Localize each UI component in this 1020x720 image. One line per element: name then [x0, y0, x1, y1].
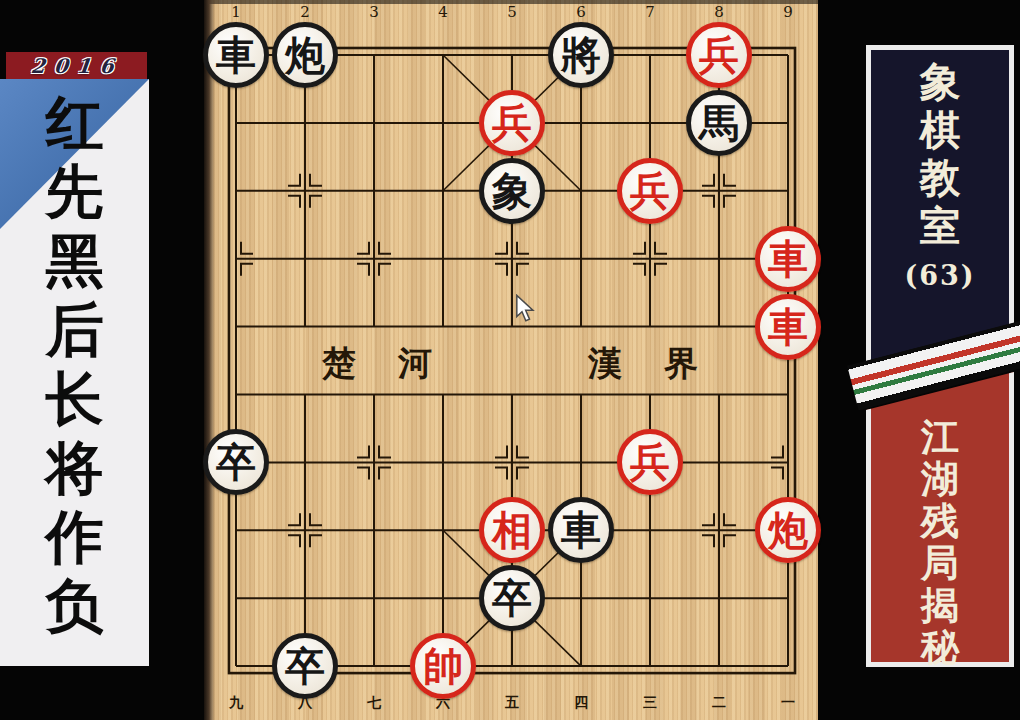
- year-label: 2016: [29, 54, 123, 78]
- series-title-panel: 象棋教室 (63): [866, 45, 1014, 361]
- river-character: 楚: [322, 341, 356, 387]
- piece-black-soldier[interactable]: 卒: [479, 565, 545, 631]
- slogan-character: 作: [46, 503, 104, 572]
- piece-red-cannon[interactable]: 炮: [755, 497, 821, 563]
- piece-black-horse[interactable]: 馬: [686, 90, 752, 156]
- subtitle-character: 揭: [921, 584, 959, 626]
- file-label-top: 2: [293, 3, 317, 21]
- series-title-character: 象: [920, 58, 961, 106]
- river-label-han-jie: 漢界: [578, 341, 708, 387]
- file-label-bottom: 七: [362, 694, 386, 712]
- series-title-character: 教: [920, 154, 961, 202]
- series-title-character: 室: [920, 202, 961, 250]
- piece-black-soldier[interactable]: 卒: [272, 633, 338, 699]
- piece-red-soldier[interactable]: 兵: [479, 90, 545, 156]
- piece-red-soldier[interactable]: 兵: [686, 22, 752, 88]
- year-banner: 2016: [6, 52, 147, 79]
- slogan-character: 负: [46, 572, 104, 641]
- piece-black-soldier[interactable]: 卒: [203, 429, 269, 495]
- file-label-top: 4: [431, 3, 455, 21]
- file-label-top: 8: [707, 3, 731, 21]
- subtitle-character: 江: [921, 416, 959, 458]
- slogan-strip: 红先黑后长将作负: [0, 79, 149, 666]
- subtitle-character: 局: [921, 542, 959, 584]
- piece-red-chariot[interactable]: 車: [755, 294, 821, 360]
- file-label-bottom: 五: [500, 694, 524, 712]
- file-label-top: 7: [638, 3, 662, 21]
- piece-black-general[interactable]: 將: [548, 22, 614, 88]
- series-title-character: 棋: [920, 106, 961, 154]
- slogan-character: 将: [46, 434, 104, 503]
- piece-red-soldier[interactable]: 兵: [617, 158, 683, 224]
- river-character: 漢: [588, 341, 622, 387]
- file-label-top: 1: [224, 3, 248, 21]
- slogan-character: 先: [46, 158, 104, 227]
- file-label-bottom: 二: [707, 694, 731, 712]
- file-label-top: 5: [500, 3, 524, 21]
- video-frame: 2016 红先黑后长将作负 123456789 九八七六五四三二一 楚河 漢界 …: [0, 0, 1020, 720]
- series-title-text: 象棋教室: [920, 50, 961, 250]
- slogan-character: 后: [46, 296, 104, 365]
- slogan-character: 长: [46, 365, 104, 434]
- subtitle-text: 江湖残局揭秘: [921, 372, 959, 668]
- mouse-cursor-icon: [514, 294, 536, 324]
- piece-red-chariot[interactable]: 車: [755, 226, 821, 292]
- piece-black-cannon[interactable]: 炮: [272, 22, 338, 88]
- subtitle-character: 残: [921, 500, 959, 542]
- slogan-text: 红先黑后长将作负: [0, 79, 149, 666]
- xiangqi-board[interactable]: 123456789 九八七六五四三二一 楚河 漢界 車炮將馬象卒車卒卒兵兵兵車車…: [204, 0, 818, 720]
- piece-red-elephant[interactable]: 相: [479, 497, 545, 563]
- slogan-character: 黑: [46, 227, 104, 296]
- file-label-top: 3: [362, 3, 386, 21]
- piece-red-general[interactable]: 帥: [410, 633, 476, 699]
- subtitle-panel: 江湖残局揭秘: [866, 372, 1014, 667]
- file-label-bottom: 九: [224, 694, 248, 712]
- river-label-chu-he: 楚河: [312, 341, 442, 387]
- file-label-bottom: 四: [569, 694, 593, 712]
- piece-black-elephant[interactable]: 象: [479, 158, 545, 224]
- file-label-top: 6: [569, 3, 593, 21]
- file-label-bottom: 一: [776, 694, 800, 712]
- piece-red-soldier[interactable]: 兵: [617, 429, 683, 495]
- file-label-top: 9: [776, 3, 800, 21]
- river-character: 河: [398, 341, 432, 387]
- subtitle-character: 秘: [921, 626, 959, 668]
- subtitle-character: 湖: [921, 458, 959, 500]
- piece-black-chariot[interactable]: 車: [548, 497, 614, 563]
- piece-black-chariot[interactable]: 車: [203, 22, 269, 88]
- slogan-character: 红: [46, 89, 104, 158]
- file-label-bottom: 三: [638, 694, 662, 712]
- river-character: 界: [664, 341, 698, 387]
- episode-number: (63): [904, 260, 975, 291]
